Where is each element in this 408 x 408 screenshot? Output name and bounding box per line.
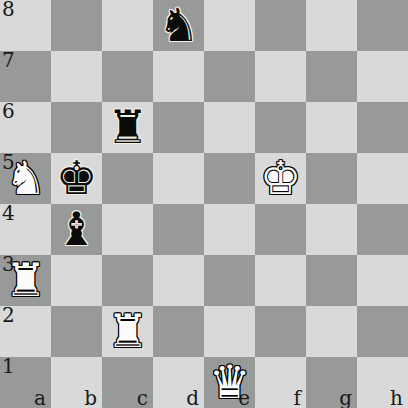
file-label-h: h [390,388,403,408]
square-f8[interactable] [255,0,306,51]
square-c3[interactable] [102,255,153,306]
file-label-a: a [34,388,46,408]
black-bishop[interactable]: ♝ [56,204,97,255]
square-a2[interactable]: 2 [0,306,51,357]
square-d8[interactable]: ♞ [153,0,204,51]
square-h5[interactable] [357,153,408,204]
white-queen[interactable]: ♛ [209,357,250,408]
square-b1[interactable]: b [51,357,102,408]
chess-board: 8♞76♜5♞♚♚4♝3♜2♜1abcde♛fgh [0,0,408,408]
square-f3[interactable] [255,255,306,306]
square-a5[interactable]: 5♞ [0,153,51,204]
square-a4[interactable]: 4 [0,204,51,255]
square-g7[interactable] [306,51,357,102]
square-b4[interactable]: ♝ [51,204,102,255]
square-h7[interactable] [357,51,408,102]
square-d3[interactable] [153,255,204,306]
square-a1[interactable]: 1a [0,357,51,408]
square-h2[interactable] [357,306,408,357]
square-g8[interactable] [306,0,357,51]
white-rook[interactable]: ♜ [107,306,148,357]
square-c4[interactable] [102,204,153,255]
rank-label-8: 8 [2,0,15,19]
square-g2[interactable] [306,306,357,357]
white-king[interactable]: ♚ [260,153,301,204]
square-e7[interactable] [204,51,255,102]
square-c5[interactable] [102,153,153,204]
white-rook[interactable]: ♜ [5,255,46,306]
square-b7[interactable] [51,51,102,102]
square-c8[interactable] [102,0,153,51]
square-e4[interactable] [204,204,255,255]
square-d2[interactable] [153,306,204,357]
square-c2[interactable]: ♜ [102,306,153,357]
square-a8[interactable]: 8 [0,0,51,51]
square-d7[interactable] [153,51,204,102]
rank-label-7: 7 [2,50,15,70]
square-f7[interactable] [255,51,306,102]
square-g5[interactable] [306,153,357,204]
white-knight[interactable]: ♞ [5,153,46,204]
file-label-f: f [294,388,301,408]
square-b3[interactable] [51,255,102,306]
black-king[interactable]: ♚ [56,153,97,204]
file-label-b: b [84,388,97,408]
square-e1[interactable]: e♛ [204,357,255,408]
square-f5[interactable]: ♚ [255,153,306,204]
square-h6[interactable] [357,102,408,153]
square-d6[interactable] [153,102,204,153]
square-h1[interactable]: h [357,357,408,408]
square-e5[interactable] [204,153,255,204]
square-h3[interactable] [357,255,408,306]
square-g3[interactable] [306,255,357,306]
square-b2[interactable] [51,306,102,357]
square-b5[interactable]: ♚ [51,153,102,204]
square-g4[interactable] [306,204,357,255]
square-c6[interactable]: ♜ [102,102,153,153]
square-b6[interactable] [51,102,102,153]
square-d1[interactable]: d [153,357,204,408]
square-a7[interactable]: 7 [0,51,51,102]
square-d4[interactable] [153,204,204,255]
square-d5[interactable] [153,153,204,204]
square-a3[interactable]: 3♜ [0,255,51,306]
rank-label-2: 2 [2,305,15,325]
square-f6[interactable] [255,102,306,153]
square-b8[interactable] [51,0,102,51]
square-c7[interactable] [102,51,153,102]
square-f4[interactable] [255,204,306,255]
file-label-g: g [339,388,352,408]
square-e2[interactable] [204,306,255,357]
square-f2[interactable] [255,306,306,357]
square-e8[interactable] [204,0,255,51]
black-rook[interactable]: ♜ [107,102,148,153]
rank-label-4: 4 [2,203,15,223]
square-e6[interactable] [204,102,255,153]
square-a6[interactable]: 6 [0,102,51,153]
square-g6[interactable] [306,102,357,153]
square-e3[interactable] [204,255,255,306]
file-label-d: d [186,388,199,408]
file-label-c: c [137,388,148,408]
square-g1[interactable]: g [306,357,357,408]
black-knight[interactable]: ♞ [158,0,199,51]
rank-label-6: 6 [2,101,15,121]
square-c1[interactable]: c [102,357,153,408]
square-f1[interactable]: f [255,357,306,408]
square-h4[interactable] [357,204,408,255]
square-h8[interactable] [357,0,408,51]
rank-label-1: 1 [2,356,15,376]
